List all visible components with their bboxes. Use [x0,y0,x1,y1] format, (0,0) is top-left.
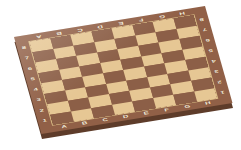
square-e1 [132,98,155,112]
rank-label-right-4: 4 [211,59,216,64]
rank-label-right-8: 8 [199,17,204,22]
square-a1 [50,111,73,125]
board-field [29,15,217,125]
rank-label-left-8: 8 [21,46,26,51]
rank-label-left-1: 1 [42,119,47,124]
square-b1 [71,108,94,122]
rank-label-left-3: 3 [36,98,41,103]
chessboard-product-photo: AABBCCDDEEFFGGHH8877665544332211 [0,0,241,150]
rank-label-left-7: 7 [24,56,29,61]
rank-label-right-1: 1 [220,90,225,95]
file-label-top-b: B [56,31,63,36]
rank-label-right-6: 6 [205,38,210,43]
file-label-top-h: H [179,11,186,16]
rank-label-left-4: 4 [33,87,38,92]
square-d1 [112,101,135,115]
rank-label-left-2: 2 [39,108,44,113]
file-label-top-g: G [158,14,165,19]
square-g1 [173,91,196,105]
file-label-top-f: F [138,18,144,23]
rank-label-right-7: 7 [202,27,207,32]
chess-board: AABBCCDDEEFFGGHH8877665544332211 [14,6,233,134]
file-label-bottom-c: C [102,118,109,123]
file-label-bottom-e: E [143,111,149,116]
file-label-top-c: C [76,28,83,33]
square-f1 [153,95,176,109]
file-label-bottom-b: B [81,121,88,126]
file-label-top-e: E [118,21,124,26]
rank-label-left-6: 6 [27,66,32,71]
file-label-top-d: D [97,24,104,29]
file-label-bottom-g: G [184,104,191,109]
file-label-bottom-a: A [61,124,68,129]
file-label-bottom-f: F [164,108,170,113]
square-h1 [194,88,217,102]
square-c1 [91,105,114,119]
file-label-top-a: A [35,34,42,39]
rank-label-left-5: 5 [30,77,35,82]
rank-label-right-5: 5 [208,48,213,53]
file-label-bottom-d: D [122,114,129,119]
file-label-bottom-h: H [205,101,212,106]
rank-label-right-2: 2 [217,79,222,84]
rank-label-right-3: 3 [214,69,219,74]
